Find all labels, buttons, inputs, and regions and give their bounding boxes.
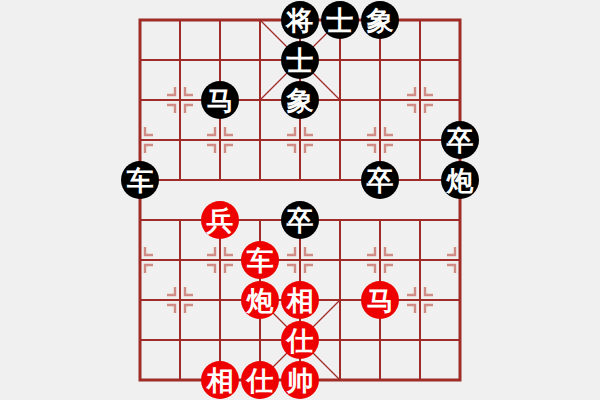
piece-red-advisor[interactable]: 仕 — [241, 361, 279, 399]
board-point[interactable] — [440, 200, 480, 240]
board-point[interactable] — [160, 160, 200, 200]
piece-black-advisor[interactable]: 士 — [281, 41, 319, 79]
board-point[interactable] — [400, 200, 440, 240]
board-point[interactable] — [400, 320, 440, 360]
board-point[interactable] — [440, 80, 480, 120]
board-point[interactable] — [400, 280, 440, 320]
xiangqi-board[interactable]: 将士象士马象卒车卒炮兵卒车炮相马仕相仕帅 — [120, 0, 480, 400]
board-point[interactable] — [200, 160, 240, 200]
piece-black-general[interactable]: 将 — [281, 1, 319, 39]
piece-red-soldier[interactable]: 兵 — [201, 201, 239, 239]
board-point[interactable] — [360, 240, 400, 280]
board-point[interactable] — [160, 360, 200, 400]
piece-red-general[interactable]: 帅 — [281, 361, 319, 399]
board-point[interactable] — [200, 280, 240, 320]
board-point[interactable] — [120, 40, 160, 80]
board-point[interactable] — [320, 280, 360, 320]
board-point[interactable] — [360, 40, 400, 80]
board-point[interactable] — [280, 160, 320, 200]
board-point[interactable] — [120, 360, 160, 400]
board-point[interactable] — [320, 80, 360, 120]
board-point[interactable] — [240, 0, 280, 40]
piece-red-elephant[interactable]: 相 — [201, 361, 239, 399]
piece-red-cannon[interactable]: 炮 — [241, 281, 279, 319]
board-point[interactable] — [440, 0, 480, 40]
board-point[interactable] — [400, 0, 440, 40]
board-point[interactable] — [400, 240, 440, 280]
board-point[interactable] — [160, 200, 200, 240]
piece-black-elephant[interactable]: 象 — [281, 81, 319, 119]
board-point[interactable] — [440, 360, 480, 400]
piece-black-soldier[interactable]: 卒 — [441, 121, 479, 159]
board-point[interactable] — [160, 280, 200, 320]
board-point[interactable] — [200, 240, 240, 280]
board-point[interactable] — [360, 120, 400, 160]
piece-red-chariot[interactable]: 车 — [241, 241, 279, 279]
board-point[interactable] — [360, 360, 400, 400]
board-point[interactable] — [200, 40, 240, 80]
piece-black-cannon[interactable]: 炮 — [441, 161, 479, 199]
board-point[interactable] — [320, 360, 360, 400]
piece-black-soldier[interactable]: 卒 — [281, 201, 319, 239]
board-point[interactable] — [400, 360, 440, 400]
board-point[interactable] — [240, 120, 280, 160]
piece-black-chariot[interactable]: 车 — [121, 161, 159, 199]
piece-red-horse[interactable]: 马 — [361, 281, 399, 319]
piece-black-horse[interactable]: 马 — [201, 81, 239, 119]
board-point[interactable] — [160, 120, 200, 160]
board-point[interactable] — [400, 120, 440, 160]
board-point[interactable] — [240, 40, 280, 80]
board-point[interactable] — [400, 160, 440, 200]
board-point[interactable] — [360, 80, 400, 120]
board-point[interactable] — [440, 240, 480, 280]
board-point[interactable] — [360, 200, 400, 240]
board-point[interactable] — [320, 240, 360, 280]
xiangqi-screenshot: 将士象士马象卒车卒炮兵卒车炮相马仕相仕帅 — [0, 0, 600, 400]
board-point[interactable] — [160, 240, 200, 280]
board-point[interactable] — [200, 0, 240, 40]
board-point[interactable] — [160, 320, 200, 360]
board-point[interactable] — [280, 240, 320, 280]
board-point[interactable] — [320, 320, 360, 360]
piece-red-advisor[interactable]: 仕 — [281, 321, 319, 359]
board-point[interactable] — [400, 80, 440, 120]
board-point[interactable] — [320, 40, 360, 80]
board-point[interactable] — [320, 200, 360, 240]
piece-black-soldier[interactable]: 卒 — [361, 161, 399, 199]
board-point[interactable] — [440, 280, 480, 320]
piece-black-advisor[interactable]: 士 — [321, 1, 359, 39]
board-point[interactable] — [120, 80, 160, 120]
board-point[interactable] — [160, 0, 200, 40]
board-point[interactable] — [120, 200, 160, 240]
board-point[interactable] — [120, 280, 160, 320]
board-point[interactable] — [240, 320, 280, 360]
board-point[interactable] — [320, 120, 360, 160]
board-point[interactable] — [400, 40, 440, 80]
board-point[interactable] — [160, 80, 200, 120]
board-point[interactable] — [240, 80, 280, 120]
board-point[interactable] — [120, 0, 160, 40]
board-point[interactable] — [120, 240, 160, 280]
board-point[interactable] — [360, 320, 400, 360]
piece-red-elephant[interactable]: 相 — [281, 281, 319, 319]
board-point[interactable] — [440, 320, 480, 360]
board-point[interactable] — [160, 40, 200, 80]
board-point[interactable] — [320, 160, 360, 200]
piece-black-elephant[interactable]: 象 — [361, 1, 399, 39]
board-point[interactable] — [200, 120, 240, 160]
board-point[interactable] — [240, 160, 280, 200]
board-point[interactable] — [200, 320, 240, 360]
board-point[interactable] — [440, 40, 480, 80]
board-point[interactable] — [280, 120, 320, 160]
board-point[interactable] — [120, 120, 160, 160]
board-point[interactable] — [120, 320, 160, 360]
board-point[interactable] — [240, 200, 280, 240]
